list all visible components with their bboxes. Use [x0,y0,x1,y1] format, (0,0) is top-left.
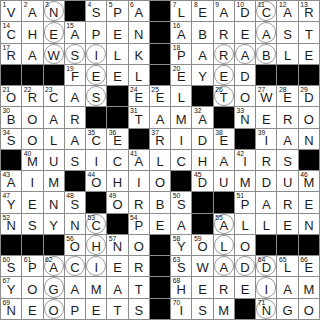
black-cell [86,192,106,212]
cell-letter: O [299,107,319,127]
grid-cell[interactable]: E [256,107,276,127]
grid-cell[interactable]: O [129,235,149,255]
grid-cell[interactable]: O [235,235,255,255]
cell-letter: O [22,107,42,127]
grid-cell[interactable]: E [235,277,255,297]
grid-cell[interactable]: 8E [192,1,212,21]
black-cell [65,171,85,191]
cell-letter: G [44,277,64,297]
cell-letter: S [277,22,297,42]
clue-number: 2 [24,1,28,9]
clue-number: 29 [300,86,308,94]
cell-letter: W [192,256,212,276]
grid-cell[interactable]: 64D [256,256,276,276]
grid-cell[interactable]: 25E [150,86,170,106]
grid-cell[interactable]: E [235,22,255,42]
grid-cell[interactable]: E [107,256,127,276]
grid-cell[interactable]: R [129,192,149,212]
grid-cell[interactable]: 9A [214,1,234,21]
cell-letter: H [192,150,212,170]
grid-cell[interactable]: N [299,129,319,149]
cell-letter: A [22,44,42,64]
grid-cell[interactable]: O [150,171,170,191]
grid-cell[interactable]: 69N [1,299,21,319]
clue-number: 39 [258,129,266,137]
grid-cell[interactable]: 63S [171,256,191,276]
cell-letter: K [129,44,149,64]
cell-letter: A [235,44,255,64]
grid-cell[interactable]: N [65,214,85,234]
grid-cell[interactable]: G [44,277,64,297]
grid-cell[interactable]: 47Y [1,192,21,212]
clue-number: 71 [258,299,266,307]
cell-letter: A [171,214,191,234]
grid-cell[interactable]: 13R [299,1,319,21]
grid-cell[interactable]: A [171,214,191,234]
grid-cell[interactable]: 35C [86,129,106,149]
grid-cell[interactable]: 65L [277,256,297,276]
grid-cell[interactable]: 7L [171,1,191,21]
clue-number: 3 [45,1,49,9]
clue-number: 60 [3,256,11,264]
grid-cell[interactable]: 18P [171,44,191,64]
grid-cell[interactable]: A [150,107,170,127]
grid-cell[interactable]: M [235,171,255,191]
clue-number: 20 [173,65,181,73]
grid-cell[interactable]: S [86,86,106,106]
grid-cell[interactable]: A [256,192,276,212]
black-cell [107,214,127,234]
clue-number: 31 [130,107,138,115]
grid-cell[interactable]: A [214,150,234,170]
grid-cell[interactable]: 58Y [171,235,191,255]
grid-cell[interactable]: M [44,171,64,191]
grid-cell[interactable]: L [129,65,149,85]
grid-cell[interactable]: I [256,277,276,297]
grid-cell[interactable]: U [214,171,234,191]
grid-cell[interactable]: L [256,214,276,234]
black-cell [277,235,297,255]
grid-cell[interactable]: R [214,44,234,64]
grid-cell[interactable]: H [107,171,127,191]
clue-number: 51 [236,192,244,200]
cell-letter: I [129,171,149,191]
clue-number: 66 [300,256,308,264]
grid-cell[interactable]: 41A [129,150,149,170]
grid-cell[interactable]: A [65,86,85,106]
grid-cell[interactable]: A [277,129,297,149]
grid-cell[interactable]: O [44,299,64,319]
clue-number: 9 [215,1,219,9]
clue-number: 69 [3,299,11,307]
cell-letter: E [150,214,170,234]
grid-cell[interactable]: I [86,44,106,64]
grid-cell[interactable]: 37R [150,129,170,149]
grid-cell[interactable]: 60S [1,256,21,276]
cell-letter: B [256,44,276,64]
grid-cell[interactable]: T [107,299,127,319]
grid-cell[interactable]: 50S [171,192,191,212]
grid-cell[interactable]: 11C [256,1,276,21]
clue-number: 7 [173,1,177,9]
grid-cell[interactable]: 44O [86,171,106,191]
grid-cell[interactable]: 55A [214,214,234,234]
grid-cell[interactable]: A [107,277,127,297]
cell-letter: A [277,129,297,149]
grid-cell[interactable]: D [256,171,276,191]
grid-cell[interactable]: 29D [299,86,319,106]
grid-cell[interactable]: K [129,44,149,64]
grid-cell[interactable]: B [150,192,170,212]
clue-number: 41 [130,150,138,158]
clue-number: 16 [173,22,181,30]
cell-letter: M [214,299,234,319]
grid-cell[interactable]: 43A [1,171,21,191]
cell-letter: A [65,129,85,149]
cell-letter: E [192,277,212,297]
cell-letter: T [299,22,319,42]
grid-cell[interactable]: E [299,44,319,64]
grid-cell[interactable]: E [86,299,106,319]
grid-cell[interactable]: H [192,150,212,170]
grid-cell[interactable]: R [214,22,234,42]
grid-cell[interactable]: 33N [235,107,255,127]
grid-cell[interactable]: O [299,107,319,127]
cell-letter: U [214,171,234,191]
grid-cell[interactable]: 56O [65,235,85,255]
cell-letter: T [129,277,149,297]
grid-cell[interactable]: O [22,277,42,297]
cell-letter: R [277,107,297,127]
grid-cell[interactable]: 66E [299,256,319,276]
clue-number: 34 [3,129,11,137]
cell-letter: A [214,150,234,170]
grid-cell[interactable]: I [86,150,106,170]
grid-cell[interactable]: O [22,107,42,127]
grid-cell[interactable]: U [277,171,297,191]
cell-letter: E [107,256,127,276]
grid-cell[interactable]: M [171,107,191,127]
cell-letter: A [44,107,64,127]
black-cell [150,1,170,21]
grid-cell[interactable]: C [107,150,127,170]
grid-cell[interactable]: E [277,214,297,234]
grid-cell[interactable]: 21O [1,86,21,106]
grid-cell[interactable]: Y [192,65,212,85]
grid-cell[interactable]: B [256,44,276,64]
cell-letter: B [192,22,212,42]
grid-cell[interactable]: 57N [107,235,127,255]
grid-cell[interactable]: R [65,107,85,127]
clue-number: 52 [3,214,11,222]
cell-letter: E [22,192,42,212]
black-cell [150,299,170,319]
grid-cell[interactable]: M [86,277,106,297]
grid-cell[interactable]: A [65,277,85,297]
cell-letter: Y [192,65,212,85]
grid-cell[interactable]: W [192,256,212,276]
grid-cell[interactable]: 22R [22,86,42,106]
cell-letter: E [299,192,319,212]
grid-cell[interactable]: T [129,277,149,297]
cell-letter: S [65,44,85,64]
cell-letter: L [150,150,170,170]
grid-cell[interactable]: L [44,129,64,149]
grid-cell[interactable]: A [235,44,255,64]
grid-cell[interactable]: S [192,299,212,319]
grid-cell[interactable]: S [65,44,85,64]
cell-letter: E [235,277,255,297]
clue-number: 17 [3,44,11,52]
grid-cell[interactable]: I [171,129,191,149]
cell-letter: R [214,277,234,297]
grid-cell[interactable]: 20E [171,65,191,85]
grid-cell[interactable]: D [192,129,212,149]
grid-cell[interactable]: R [129,256,149,276]
grid-cell[interactable]: E [107,65,127,85]
grid-cell[interactable]: S [65,150,85,170]
cell-letter: O [22,277,42,297]
clue-number: 67 [3,277,11,285]
grid-cell[interactable]: 49O [107,192,127,212]
grid-cell[interactable]: L [150,150,170,170]
cell-letter: D [235,256,255,276]
grid-cell[interactable]: 42I [235,150,255,170]
grid-cell[interactable]: O [299,299,319,319]
grid-cell[interactable]: 59O [192,235,212,255]
cell-letter: N [129,22,149,42]
cell-letter: O [235,235,255,255]
grid-cell[interactable]: 4S [86,1,106,21]
grid-cell[interactable]: 61P [22,256,42,276]
grid-cell[interactable]: 68H [171,277,191,297]
clue-number: 63 [173,256,181,264]
grid-cell[interactable]: 5P [107,1,127,21]
grid-cell[interactable]: W [44,44,64,64]
grid-cell[interactable]: A [44,107,64,127]
black-cell [1,65,21,85]
grid-cell[interactable]: T [299,22,319,42]
grid-cell[interactable]: L [277,44,297,64]
clue-number: 70 [173,299,181,307]
cell-letter: N [299,129,319,149]
grid-cell[interactable]: E [214,65,234,85]
cell-letter: D [256,171,276,191]
grid-cell[interactable]: O [22,129,42,149]
black-cell [235,299,255,319]
grid-cell[interactable]: 31T [129,107,149,127]
grid-cell[interactable]: 52N [1,214,21,234]
grid-cell[interactable]: 67Y [1,277,21,297]
grid-cell[interactable]: E [22,192,42,212]
grid-cell[interactable]: 15A [65,22,85,42]
grid-cell[interactable]: G [277,299,297,319]
crossword-grid: 1V2A3N4S5P6A7L8E9A10D11C12A13R14CHE15APE… [0,0,320,320]
grid-cell[interactable]: D [235,256,255,276]
grid-cell[interactable]: E [299,192,319,212]
grid-cell[interactable]: E [22,299,42,319]
grid-cell[interactable]: 28E [277,86,297,106]
black-cell [214,107,234,127]
grid-cell[interactable]: B [192,22,212,42]
black-cell [44,235,64,255]
clue-number: 14 [3,22,11,30]
grid-cell[interactable]: N [44,192,64,212]
cell-letter: D [192,129,212,149]
grid-cell[interactable]: D [235,65,255,85]
cell-letter: C [65,256,85,276]
grid-cell[interactable]: C [171,150,191,170]
clue-number: 58 [173,235,181,243]
cell-letter: R [277,192,297,212]
grid-cell[interactable]: 2A [22,1,42,21]
black-cell [22,235,42,255]
grid-cell[interactable]: E [150,214,170,234]
grid-cell[interactable]: Y [44,214,64,234]
grid-cell[interactable]: 24E [129,86,149,106]
cell-letter: P [65,299,85,319]
grid-cell[interactable]: E [86,65,106,85]
grid-cell[interactable]: C [65,256,85,276]
cell-letter: O [44,299,64,319]
clue-number: 12 [279,1,287,9]
cell-letter: R [256,150,276,170]
grid-cell[interactable]: U [44,150,64,170]
grid-cell[interactable]: A [214,256,234,276]
cell-letter: I [86,256,106,276]
grid-cell[interactable]: 14C [1,22,21,42]
grid-cell[interactable]: M [299,277,319,297]
grid-cell[interactable]: R [277,107,297,127]
cell-letter: E [44,22,64,42]
grid-cell[interactable]: E [107,22,127,42]
clue-number: 50 [173,192,181,200]
grid-cell[interactable]: A [192,44,212,64]
clue-number: 11 [258,1,265,9]
cell-letter: S [129,299,149,319]
grid-cell[interactable]: 62A [44,256,64,276]
grid-cell[interactable]: 34S [1,129,21,149]
grid-cell[interactable]: H [22,22,42,42]
grid-cell[interactable]: A [22,44,42,64]
clue-number: 21 [3,86,11,94]
grid-cell[interactable]: 19F [65,65,85,85]
grid-cell[interactable]: 32A [192,107,212,127]
cell-letter: R [214,44,234,64]
clue-number: 45 [194,171,202,179]
cell-letter: A [192,44,212,64]
grid-cell[interactable]: 27W [256,86,276,106]
grid-cell[interactable]: 12A [277,1,297,21]
cell-letter: L [44,129,64,149]
black-cell [235,129,255,149]
grid-cell[interactable]: 23C [44,86,64,106]
cell-letter: O [22,129,42,149]
grid-cell[interactable]: I [86,256,106,276]
clue-number: 32 [194,107,202,115]
clue-number: 56 [66,235,74,243]
clue-number: 43 [3,171,11,179]
grid-cell[interactable]: A [277,277,297,297]
grid-cell[interactable]: L [171,86,191,106]
grid-cell[interactable]: H [86,235,106,255]
grid-cell[interactable]: A [256,22,276,42]
clue-number: 23 [45,86,53,94]
clue-number: 59 [194,235,202,243]
grid-cell[interactable]: 48S [65,192,85,212]
black-cell [150,235,170,255]
black-cell [192,214,212,234]
grid-cell[interactable]: E [44,22,64,42]
grid-cell[interactable]: 39I [256,129,276,149]
grid-cell[interactable]: 70I [171,299,191,319]
grid-cell[interactable]: S [129,299,149,319]
grid-cell[interactable]: 51P [235,192,255,212]
grid-cell[interactable]: S [22,214,42,234]
grid-cell[interactable]: O [235,86,255,106]
clue-number: 65 [279,256,287,264]
grid-cell[interactable]: R [214,277,234,297]
clue-number: 49 [109,192,117,200]
grid-cell[interactable]: I [22,171,42,191]
grid-cell[interactable]: 53C [86,214,106,234]
grid-cell[interactable]: R [256,150,276,170]
grid-cell[interactable]: P [86,22,106,42]
grid-cell[interactable]: 16A [171,22,191,42]
grid-cell[interactable]: 26T [214,86,234,106]
grid-cell[interactable]: 17R [1,44,21,64]
grid-cell[interactable]: 38E [214,129,234,149]
grid-cell[interactable]: 3N [44,1,64,21]
cell-letter: S [277,150,297,170]
grid-cell[interactable]: L [214,235,234,255]
grid-cell[interactable]: L [107,44,127,64]
grid-cell[interactable]: S [277,150,297,170]
grid-cell[interactable]: R [277,192,297,212]
grid-cell[interactable]: 46M [299,171,319,191]
clue-number: 25 [151,86,159,94]
black-cell [107,86,127,106]
grid-cell[interactable]: 1V [1,1,21,21]
grid-cell[interactable]: 45D [192,171,212,191]
cell-letter: L [171,86,191,106]
grid-cell[interactable]: 6A [129,1,149,21]
grid-cell[interactable]: S [277,22,297,42]
grid-cell[interactable]: 40M [22,150,42,170]
cell-letter: E [107,65,127,85]
clue-number: 46 [300,171,308,179]
grid-cell[interactable]: N [299,214,319,234]
grid-cell[interactable]: M [214,299,234,319]
grid-cell[interactable]: 10D [235,1,255,21]
grid-cell[interactable]: E [192,277,212,297]
cell-letter: G [277,299,297,319]
grid-cell[interactable]: A [65,129,85,149]
grid-cell[interactable]: P [65,299,85,319]
cell-letter: I [86,150,106,170]
grid-cell[interactable]: I [129,171,149,191]
clue-number: 35 [88,129,96,137]
grid-cell[interactable]: 71N [256,299,276,319]
cell-letter: A [65,277,85,297]
grid-cell[interactable]: 54P [129,214,149,234]
grid-cell[interactable]: 30B [1,107,21,127]
grid-cell[interactable]: 36E [107,129,127,149]
cell-letter: R [214,22,234,42]
clue-number: 54 [130,214,138,222]
grid-cell[interactable]: L [235,214,255,234]
grid-cell[interactable]: N [129,22,149,42]
